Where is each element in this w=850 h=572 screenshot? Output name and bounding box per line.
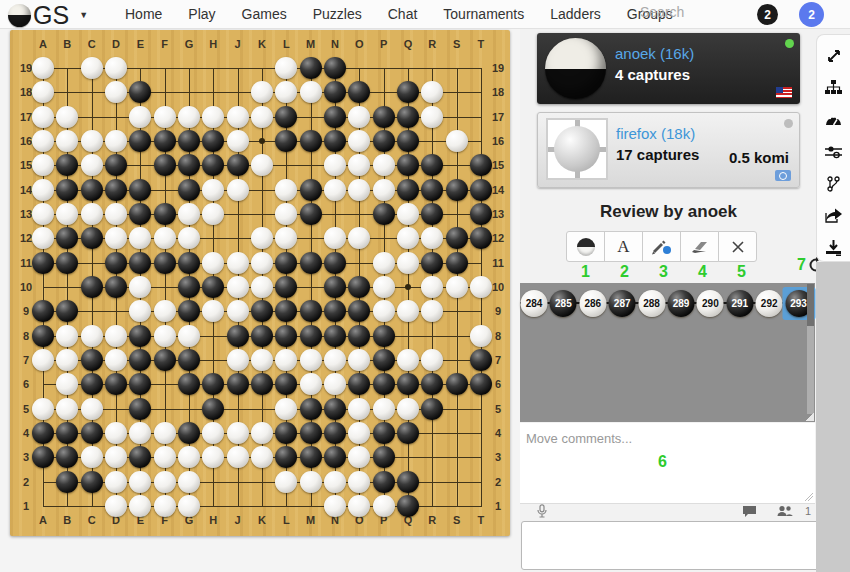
black-stone-M13[interactable]: [300, 203, 322, 225]
white-stone-N6[interactable]: [324, 373, 346, 395]
white-stone-A16[interactable]: [32, 130, 54, 152]
black-stone-N18[interactable]: [324, 81, 346, 103]
white-stone-S10[interactable]: [446, 276, 468, 298]
black-stone-O18[interactable]: [348, 81, 370, 103]
white-stone-F9[interactable]: [154, 300, 176, 322]
black-stone-N19[interactable]: [324, 57, 346, 79]
white-stone-L2[interactable]: [275, 471, 297, 493]
black-stone-A11[interactable]: [32, 252, 54, 274]
black-stone-C10[interactable]: [81, 276, 103, 298]
black-stone-L4[interactable]: [275, 422, 297, 444]
white-stone-J14[interactable]: [227, 179, 249, 201]
black-stone-K6[interactable]: [251, 373, 273, 395]
white-stone-H3[interactable]: [202, 446, 224, 468]
black-stone-N4[interactable]: [324, 422, 346, 444]
white-stone-A5[interactable]: [32, 398, 54, 420]
move-node-284[interactable]: 284: [521, 290, 548, 317]
white-stone-H9[interactable]: [202, 300, 224, 322]
black-stone-K8[interactable]: [251, 325, 273, 347]
white-stone-F12[interactable]: [154, 227, 176, 249]
white-stone-L5[interactable]: [275, 398, 297, 420]
settings-sliders-icon[interactable]: [825, 143, 842, 160]
black-stone-N17[interactable]: [324, 106, 346, 128]
white-stone-R18[interactable]: [421, 81, 443, 103]
white-stone-R12[interactable]: [421, 227, 443, 249]
black-stone-C7[interactable]: [81, 349, 103, 371]
player-card-white[interactable]: firefox (18k) 17 captures 0.5 komi: [537, 112, 800, 188]
black-stone-O9[interactable]: [348, 300, 370, 322]
white-stone-B8[interactable]: [56, 325, 78, 347]
white-stone-D7[interactable]: [105, 349, 127, 371]
strip-scrollbar[interactable]: [807, 284, 814, 414]
move-node-288[interactable]: 288: [638, 290, 665, 317]
white-stone-N14[interactable]: [324, 179, 346, 201]
black-stone-L8[interactable]: [275, 325, 297, 347]
white-stone-A17[interactable]: [32, 106, 54, 128]
black-player-name[interactable]: anoek (16k): [615, 45, 694, 62]
comments-resize-grip[interactable]: [804, 492, 813, 501]
move-node-290[interactable]: 290: [697, 290, 724, 317]
estimate-score-icon[interactable]: [825, 111, 842, 128]
black-stone-E7[interactable]: [129, 349, 151, 371]
white-stone-Q12[interactable]: [397, 227, 419, 249]
white-stone-O14[interactable]: [348, 179, 370, 201]
black-stone-P3[interactable]: [373, 446, 395, 468]
black-stone-E11[interactable]: [129, 252, 151, 274]
white-stone-G1[interactable]: [178, 495, 200, 517]
white-stone-C8[interactable]: [81, 325, 103, 347]
black-stone-R13[interactable]: [421, 203, 443, 225]
black-stone-T15[interactable]: [470, 154, 492, 176]
white-stone-A7[interactable]: [32, 349, 54, 371]
black-stone-O10[interactable]: [348, 276, 370, 298]
white-stone-C16[interactable]: [81, 130, 103, 152]
white-stone-K3[interactable]: [251, 446, 273, 468]
black-stone-M9[interactable]: [300, 300, 322, 322]
white-stone-P1[interactable]: [373, 495, 395, 517]
chat-badge[interactable]: 2: [799, 2, 824, 27]
move-tree-strip[interactable]: 284285286287288289290291292293: [520, 283, 815, 422]
white-stone-K11[interactable]: [251, 252, 273, 274]
black-stone-M14[interactable]: [300, 179, 322, 201]
black-stone-M4[interactable]: [300, 422, 322, 444]
white-player-name[interactable]: firefox (18k): [616, 125, 695, 142]
chevron-down-icon[interactable]: ▼: [79, 10, 88, 20]
white-stone-S16[interactable]: [446, 130, 468, 152]
black-stone-T14[interactable]: [470, 179, 492, 201]
strip-resize-grip[interactable]: [806, 413, 814, 421]
white-stone-O15[interactable]: [348, 154, 370, 176]
white-stone-N15[interactable]: [324, 154, 346, 176]
white-stone-B13[interactable]: [56, 203, 78, 225]
black-stone-M11[interactable]: [300, 252, 322, 274]
white-stone-P5[interactable]: [373, 398, 395, 420]
black-stone-E6[interactable]: [129, 373, 151, 395]
white-stone-E4[interactable]: [129, 422, 151, 444]
white-stone-F8[interactable]: [154, 325, 176, 347]
white-stone-N12[interactable]: [324, 227, 346, 249]
black-stone-Q4[interactable]: [397, 422, 419, 444]
fork-game-icon[interactable]: [825, 175, 842, 192]
black-stone-N5[interactable]: [324, 398, 346, 420]
black-stone-H16[interactable]: [202, 130, 224, 152]
black-stone-C6[interactable]: [81, 373, 103, 395]
black-stone-T12[interactable]: [470, 227, 492, 249]
white-stone-F4[interactable]: [154, 422, 176, 444]
letter-tool-button[interactable]: A: [604, 231, 643, 262]
white-stone-T10[interactable]: [470, 276, 492, 298]
white-stone-D18[interactable]: [105, 81, 127, 103]
white-stone-O2[interactable]: [348, 471, 370, 493]
move-node-286[interactable]: 286: [579, 290, 606, 317]
black-stone-G14[interactable]: [178, 179, 200, 201]
black-stone-A9[interactable]: [32, 300, 54, 322]
microphone-icon[interactable]: [536, 504, 548, 518]
black-stone-N9[interactable]: [324, 300, 346, 322]
white-stone-F17[interactable]: [154, 106, 176, 128]
white-stone-E9[interactable]: [129, 300, 151, 322]
white-stone-J3[interactable]: [227, 446, 249, 468]
move-node-287[interactable]: 287: [609, 290, 636, 317]
white-stone-E1[interactable]: [129, 495, 151, 517]
white-stone-K17[interactable]: [251, 106, 273, 128]
black-stone-L3[interactable]: [275, 446, 297, 468]
nav-item-games[interactable]: Games: [242, 0, 287, 29]
black-stone-E5[interactable]: [129, 398, 151, 420]
white-stone-N2[interactable]: [324, 471, 346, 493]
white-stone-D3[interactable]: [105, 446, 127, 468]
white-stone-P15[interactable]: [373, 154, 395, 176]
white-stone-C13[interactable]: [81, 203, 103, 225]
black-stone-P2[interactable]: [373, 471, 395, 493]
black-stone-N10[interactable]: [324, 276, 346, 298]
white-stone-D13[interactable]: [105, 203, 127, 225]
black-stone-D10[interactable]: [105, 276, 127, 298]
black-stone-H15[interactable]: [202, 154, 224, 176]
search-input[interactable]: [640, 4, 745, 20]
black-stone-P6[interactable]: [373, 373, 395, 395]
black-stone-M8[interactable]: [300, 325, 322, 347]
white-stone-M7[interactable]: [300, 349, 322, 371]
white-stone-K7[interactable]: [251, 349, 273, 371]
white-stone-P14[interactable]: [373, 179, 395, 201]
white-stone-O5[interactable]: [348, 398, 370, 420]
black-stone-P8[interactable]: [373, 325, 395, 347]
black-stone-G11[interactable]: [178, 252, 200, 274]
black-stone-E8[interactable]: [129, 325, 151, 347]
white-stone-M2[interactable]: [300, 471, 322, 493]
black-stone-G4[interactable]: [178, 422, 200, 444]
stone-tool-button[interactable]: [566, 231, 605, 262]
black-stone-L11[interactable]: [275, 252, 297, 274]
eraser-tool-button[interactable]: [680, 231, 719, 262]
notifications-badge[interactable]: 2: [757, 4, 778, 25]
black-stone-J6[interactable]: [227, 373, 249, 395]
black-stone-P13[interactable]: [373, 203, 395, 225]
black-stone-S6[interactable]: [446, 373, 468, 395]
move-node-289[interactable]: 289: [668, 290, 695, 317]
white-stone-E10[interactable]: [129, 276, 151, 298]
white-stone-B7[interactable]: [56, 349, 78, 371]
white-stone-D8[interactable]: [105, 325, 127, 347]
black-stone-H5[interactable]: [202, 398, 224, 420]
black-stone-G6[interactable]: [178, 373, 200, 395]
black-stone-T7[interactable]: [470, 349, 492, 371]
black-stone-L10[interactable]: [275, 276, 297, 298]
white-stone-J9[interactable]: [227, 300, 249, 322]
white-stone-G8[interactable]: [178, 325, 200, 347]
right-scroll-area[interactable]: [816, 262, 850, 572]
black-stone-A4[interactable]: [32, 422, 54, 444]
nav-item-play[interactable]: Play: [188, 0, 215, 29]
white-stone-A12[interactable]: [32, 227, 54, 249]
white-stone-B16[interactable]: [56, 130, 78, 152]
white-stone-K15[interactable]: [251, 154, 273, 176]
white-stone-C15[interactable]: [81, 154, 103, 176]
black-stone-P17[interactable]: [373, 106, 395, 128]
clear-tool-button[interactable]: [718, 231, 757, 262]
black-stone-J15[interactable]: [227, 154, 249, 176]
player-card-black[interactable]: anoek (16k) 4 captures: [537, 33, 800, 104]
white-stone-P9[interactable]: [373, 300, 395, 322]
black-stone-E14[interactable]: [129, 179, 151, 201]
move-node-291[interactable]: 291: [726, 290, 753, 317]
fullscreen-icon[interactable]: [825, 47, 842, 64]
black-stone-R15[interactable]: [421, 154, 443, 176]
white-stone-L18[interactable]: [275, 81, 297, 103]
ogs-logo[interactable]: GS ▼: [8, 2, 88, 28]
white-stone-P11[interactable]: [373, 252, 395, 274]
white-stone-A14[interactable]: [32, 179, 54, 201]
white-stone-P10[interactable]: [373, 276, 395, 298]
black-stone-E3[interactable]: [129, 446, 151, 468]
white-stone-K18[interactable]: [251, 81, 273, 103]
black-stone-S14[interactable]: [446, 179, 468, 201]
white-stone-J16[interactable]: [227, 130, 249, 152]
black-stone-N16[interactable]: [324, 130, 346, 152]
white-stone-J4[interactable]: [227, 422, 249, 444]
black-stone-L6[interactable]: [275, 373, 297, 395]
white-stone-G2[interactable]: [178, 471, 200, 493]
black-stone-A8[interactable]: [32, 325, 54, 347]
chat-input[interactable]: [521, 521, 845, 570]
white-stone-M18[interactable]: [300, 81, 322, 103]
black-stone-L9[interactable]: [275, 300, 297, 322]
black-stone-M19[interactable]: [300, 57, 322, 79]
white-stone-A13[interactable]: [32, 203, 54, 225]
white-stone-D19[interactable]: [105, 57, 127, 79]
black-stone-J8[interactable]: [227, 325, 249, 347]
black-stone-B12[interactable]: [56, 227, 78, 249]
white-stone-L19[interactable]: [275, 57, 297, 79]
black-stone-O6[interactable]: [348, 373, 370, 395]
black-stone-C2[interactable]: [81, 471, 103, 493]
white-stone-K12[interactable]: [251, 227, 273, 249]
white-stone-E2[interactable]: [129, 471, 151, 493]
black-stone-Q6[interactable]: [397, 373, 419, 395]
black-stone-N8[interactable]: [324, 325, 346, 347]
black-stone-L16[interactable]: [275, 130, 297, 152]
black-stone-F15[interactable]: [154, 154, 176, 176]
black-stone-G16[interactable]: [178, 130, 200, 152]
white-stone-N7[interactable]: [324, 349, 346, 371]
white-stone-R7[interactable]: [421, 349, 443, 371]
black-stone-M16[interactable]: [300, 130, 322, 152]
nav-item-tournaments[interactable]: Tournaments: [443, 0, 524, 29]
black-stone-K9[interactable]: [251, 300, 273, 322]
white-stone-M6[interactable]: [300, 373, 322, 395]
black-stone-Q14[interactable]: [397, 179, 419, 201]
white-stone-T8[interactable]: [470, 325, 492, 347]
move-tree-icon[interactable]: [825, 79, 842, 96]
black-stone-P16[interactable]: [373, 130, 395, 152]
black-stone-B3[interactable]: [56, 446, 78, 468]
black-stone-G7[interactable]: [178, 349, 200, 371]
white-stone-K4[interactable]: [251, 422, 273, 444]
black-stone-F11[interactable]: [154, 252, 176, 274]
white-stone-D12[interactable]: [105, 227, 127, 249]
black-stone-T6[interactable]: [470, 373, 492, 395]
black-stone-E13[interactable]: [129, 203, 151, 225]
black-stone-A3[interactable]: [32, 446, 54, 468]
black-stone-B2[interactable]: [56, 471, 78, 493]
white-stone-G12[interactable]: [178, 227, 200, 249]
white-stone-L13[interactable]: [275, 203, 297, 225]
white-stone-L7[interactable]: [275, 349, 297, 371]
white-stone-Q9[interactable]: [397, 300, 419, 322]
black-stone-D6[interactable]: [105, 373, 127, 395]
black-stone-C14[interactable]: [81, 179, 103, 201]
black-stone-D14[interactable]: [105, 179, 127, 201]
white-stone-O7[interactable]: [348, 349, 370, 371]
black-stone-F13[interactable]: [154, 203, 176, 225]
white-stone-R17[interactable]: [421, 106, 443, 128]
white-stone-F3[interactable]: [154, 446, 176, 468]
black-stone-R11[interactable]: [421, 252, 443, 274]
black-stone-S12[interactable]: [446, 227, 468, 249]
move-comments-box[interactable]: Move comments... 6: [520, 423, 815, 504]
nav-item-puzzles[interactable]: Puzzles: [313, 0, 362, 29]
black-stone-G15[interactable]: [178, 154, 200, 176]
white-stone-C19[interactable]: [81, 57, 103, 79]
black-stone-E18[interactable]: [129, 81, 151, 103]
white-stone-C3[interactable]: [81, 446, 103, 468]
black-stone-B15[interactable]: [56, 154, 78, 176]
white-stone-A19[interactable]: [32, 57, 54, 79]
white-stone-G3[interactable]: [178, 446, 200, 468]
move-node-285[interactable]: 285: [550, 290, 577, 317]
black-stone-Q15[interactable]: [397, 154, 419, 176]
white-stone-O16[interactable]: [348, 130, 370, 152]
white-stone-Q13[interactable]: [397, 203, 419, 225]
white-stone-O4[interactable]: [348, 422, 370, 444]
black-stone-P4[interactable]: [373, 422, 395, 444]
black-stone-B14[interactable]: [56, 179, 78, 201]
black-stone-E16[interactable]: [129, 130, 151, 152]
nav-item-ladders[interactable]: Ladders: [550, 0, 601, 29]
white-stone-F1[interactable]: [154, 495, 176, 517]
black-stone-C12[interactable]: [81, 227, 103, 249]
white-stone-R9[interactable]: [421, 300, 443, 322]
chat-bubble-icon[interactable]: [742, 505, 757, 517]
white-stone-D2[interactable]: [105, 471, 127, 493]
white-stone-H13[interactable]: [202, 203, 224, 225]
black-stone-H6[interactable]: [202, 373, 224, 395]
white-stone-Q11[interactable]: [397, 252, 419, 274]
white-stone-H17[interactable]: [202, 106, 224, 128]
black-stone-C4[interactable]: [81, 422, 103, 444]
white-stone-R10[interactable]: [421, 276, 443, 298]
white-stone-O3[interactable]: [348, 446, 370, 468]
white-stone-K10[interactable]: [251, 276, 273, 298]
move-node-292[interactable]: 292: [756, 290, 783, 317]
black-stone-F7[interactable]: [154, 349, 176, 371]
nav-item-home[interactable]: Home: [125, 0, 162, 29]
white-stone-D4[interactable]: [105, 422, 127, 444]
white-stone-Q7[interactable]: [397, 349, 419, 371]
users-icon[interactable]: [777, 505, 793, 517]
white-stone-L12[interactable]: [275, 227, 297, 249]
white-stone-O12[interactable]: [348, 227, 370, 249]
share-icon[interactable]: [825, 207, 842, 224]
white-stone-D1[interactable]: [105, 495, 127, 517]
black-stone-D11[interactable]: [105, 252, 127, 274]
white-stone-J17[interactable]: [227, 106, 249, 128]
pen-tool-button[interactable]: [642, 231, 681, 262]
black-stone-N3[interactable]: [324, 446, 346, 468]
white-stone-A18[interactable]: [32, 81, 54, 103]
white-stone-O17[interactable]: [348, 106, 370, 128]
black-stone-R5[interactable]: [421, 398, 443, 420]
white-stone-E12[interactable]: [129, 227, 151, 249]
white-stone-Q5[interactable]: [397, 398, 419, 420]
black-stone-M5[interactable]: [300, 398, 322, 420]
black-stone-R6[interactable]: [421, 373, 443, 395]
black-stone-H10[interactable]: [202, 276, 224, 298]
white-stone-J11[interactable]: [227, 252, 249, 274]
white-stone-H11[interactable]: [202, 252, 224, 274]
white-stone-L14[interactable]: [275, 179, 297, 201]
white-stone-N1[interactable]: [324, 495, 346, 517]
white-stone-C5[interactable]: [81, 398, 103, 420]
black-stone-S11[interactable]: [446, 252, 468, 274]
black-stone-B4[interactable]: [56, 422, 78, 444]
black-stone-G9[interactable]: [178, 300, 200, 322]
goban[interactable]: AABBCCDDEEFFGGHHJJKKLLMMNNOOPPQQRRSSTT19…: [10, 30, 510, 536]
white-stone-F2[interactable]: [154, 471, 176, 493]
download-icon[interactable]: [825, 239, 842, 256]
white-stone-O1[interactable]: [348, 495, 370, 517]
black-stone-Q1[interactable]: [397, 495, 419, 517]
black-stone-R14[interactable]: [421, 179, 443, 201]
black-stone-B11[interactable]: [56, 252, 78, 274]
black-stone-P7[interactable]: [373, 349, 395, 371]
white-stone-B5[interactable]: [56, 398, 78, 420]
white-stone-H4[interactable]: [202, 422, 224, 444]
black-stone-N11[interactable]: [324, 252, 346, 274]
white-stone-G13[interactable]: [178, 203, 200, 225]
black-stone-F16[interactable]: [154, 130, 176, 152]
white-stone-B6[interactable]: [56, 373, 78, 395]
black-stone-T13[interactable]: [470, 203, 492, 225]
black-stone-O8[interactable]: [348, 325, 370, 347]
black-stone-Q17[interactable]: [397, 106, 419, 128]
black-stone-M3[interactable]: [300, 446, 322, 468]
white-stone-E17[interactable]: [129, 106, 151, 128]
black-stone-Q18[interactable]: [397, 81, 419, 103]
black-stone-B9[interactable]: [56, 300, 78, 322]
white-stone-H14[interactable]: [202, 179, 224, 201]
